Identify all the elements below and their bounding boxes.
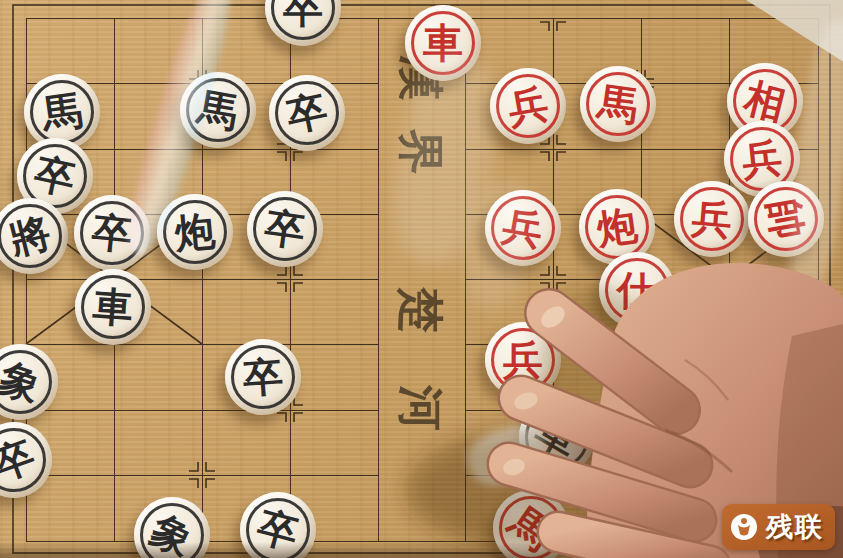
piece-glyph: 兵 bbox=[503, 340, 543, 380]
board-cell bbox=[115, 19, 203, 84]
board-cell bbox=[642, 84, 730, 149]
board-cell bbox=[291, 411, 379, 476]
piece-black[interactable]: 車 bbox=[75, 269, 151, 345]
piece-glyph: 馬 bbox=[195, 87, 241, 133]
piece-red[interactable]: 兵 bbox=[485, 322, 561, 398]
piece-black[interactable]: 卒 bbox=[269, 75, 345, 151]
piece-glyph: 馬 bbox=[39, 89, 84, 134]
piece-red[interactable]: 仕 bbox=[599, 252, 675, 328]
board-cell bbox=[291, 280, 379, 345]
piece-black[interactable]: 馬 bbox=[180, 72, 256, 148]
board-cell bbox=[642, 19, 730, 84]
piece-glyph: 仕 bbox=[617, 270, 657, 310]
piece-glyph: 卒 bbox=[242, 356, 285, 399]
piece-glyph: 車 bbox=[423, 23, 463, 63]
board-edge-shadow bbox=[0, 542, 843, 558]
watermark-text: 残联 bbox=[766, 509, 824, 545]
watermark-logo-icon bbox=[729, 512, 759, 542]
piece-glyph: 卒 bbox=[262, 206, 307, 251]
piece-black[interactable]: 車 bbox=[519, 399, 595, 475]
board-cell bbox=[730, 280, 818, 345]
piece-glyph: 兵 bbox=[740, 137, 784, 181]
piece-black[interactable]: 炮 bbox=[157, 194, 233, 270]
photo-stage: 漢界楚河 馬卒將卒炮馬卒卒車象卒象卒卒卒車車兵馬相兵兵炮兵帥兵仕馬 bbox=[0, 0, 843, 558]
board-cell bbox=[203, 280, 291, 345]
board-cell bbox=[291, 345, 379, 410]
piece-glyph: 兵 bbox=[505, 83, 551, 129]
board-cell bbox=[642, 411, 730, 476]
board-cell bbox=[642, 476, 730, 541]
piece-red[interactable]: 帥 bbox=[748, 181, 824, 257]
river-character: 界 bbox=[389, 129, 451, 175]
piece-glyph: 車 bbox=[92, 286, 135, 329]
river-character: 河 bbox=[389, 385, 451, 431]
piece-glyph: 炮 bbox=[594, 204, 639, 249]
piece-glyph: 兵 bbox=[500, 205, 546, 251]
piece-glyph: 帥 bbox=[763, 196, 809, 242]
piece-red[interactable]: 兵 bbox=[490, 68, 566, 144]
board-cell bbox=[115, 345, 203, 410]
piece-black[interactable]: 卒 bbox=[74, 195, 150, 271]
piece-glyph: 馬 bbox=[595, 81, 640, 126]
board-cell bbox=[379, 215, 467, 280]
piece-red[interactable]: 兵 bbox=[485, 190, 561, 266]
board-cell bbox=[730, 411, 818, 476]
board-cell bbox=[203, 411, 291, 476]
board-cell bbox=[115, 411, 203, 476]
piece-black[interactable]: 卒 bbox=[225, 339, 301, 415]
piece-glyph: 炮 bbox=[173, 210, 216, 253]
piece-red[interactable]: 馬 bbox=[580, 66, 656, 142]
river-character: 楚 bbox=[389, 287, 451, 333]
board-cell bbox=[379, 476, 467, 541]
piece-glyph: 卒 bbox=[283, 0, 323, 28]
piece-black[interactable]: 卒 bbox=[247, 191, 323, 267]
piece-glyph: 卒 bbox=[283, 89, 330, 136]
piece-glyph: 兵 bbox=[690, 197, 733, 240]
piece-red[interactable]: 兵 bbox=[674, 181, 750, 257]
piece-glyph: 卒 bbox=[31, 152, 78, 199]
watermark-badge: 残联 bbox=[722, 504, 835, 550]
piece-glyph: 卒 bbox=[90, 211, 134, 255]
board-cell bbox=[642, 345, 730, 410]
piece-red[interactable]: 車 bbox=[405, 5, 481, 81]
board-cell bbox=[730, 345, 818, 410]
